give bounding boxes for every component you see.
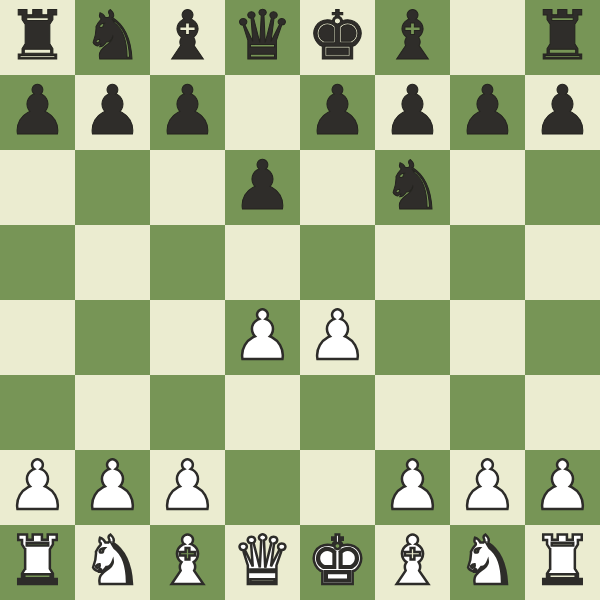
square-b6[interactable] [75,150,150,225]
white-pawn-piece[interactable]: ♟︎ [532,448,593,523]
square-b1[interactable]: ♞︎ [75,525,150,600]
black-pawn-piece[interactable]: ♟︎ [7,73,68,148]
square-e8[interactable]: ♚︎ [300,0,375,75]
square-f5[interactable] [375,225,450,300]
black-rook-piece[interactable]: ♜︎ [532,0,593,73]
white-pawn-piece[interactable]: ♟︎ [307,298,368,373]
black-queen-piece[interactable]: ♛︎ [232,0,293,73]
square-b4[interactable] [75,300,150,375]
square-e7[interactable]: ♟︎ [300,75,375,150]
white-pawn-piece[interactable]: ♟︎ [457,448,518,523]
square-d5[interactable] [225,225,300,300]
square-c6[interactable] [150,150,225,225]
square-a8[interactable]: ♜︎ [0,0,75,75]
square-f4[interactable] [375,300,450,375]
white-bishop-piece[interactable]: ♝︎ [382,523,443,598]
white-rook-piece[interactable]: ♜︎ [532,523,593,598]
black-bishop-piece[interactable]: ♝︎ [157,0,218,73]
black-pawn-piece[interactable]: ♟︎ [232,148,293,223]
square-c5[interactable] [150,225,225,300]
square-g1[interactable]: ♞︎ [450,525,525,600]
square-h6[interactable] [525,150,600,225]
white-knight-piece[interactable]: ♞︎ [457,523,518,598]
square-f2[interactable]: ♟︎ [375,450,450,525]
square-e4[interactable]: ♟︎ [300,300,375,375]
square-e3[interactable] [300,375,375,450]
white-queen-piece[interactable]: ♛︎ [232,523,293,598]
square-h7[interactable]: ♟︎ [525,75,600,150]
black-knight-piece[interactable]: ♞︎ [82,0,143,73]
square-c4[interactable] [150,300,225,375]
square-a6[interactable] [0,150,75,225]
white-pawn-piece[interactable]: ♟︎ [7,448,68,523]
black-pawn-piece[interactable]: ♟︎ [157,73,218,148]
square-h4[interactable] [525,300,600,375]
square-b3[interactable] [75,375,150,450]
chess-board: ♜︎♞︎♝︎♛︎♚︎♝︎♜︎♟︎♟︎♟︎♟︎♟︎♟︎♟︎♟︎♞︎♟︎♟︎♟︎♟︎… [0,0,600,600]
square-e5[interactable] [300,225,375,300]
square-h1[interactable]: ♜︎ [525,525,600,600]
square-a1[interactable]: ♜︎ [0,525,75,600]
square-a2[interactable]: ♟︎ [0,450,75,525]
white-king-piece[interactable]: ♚︎ [307,523,368,598]
square-b7[interactable]: ♟︎ [75,75,150,150]
square-g7[interactable]: ♟︎ [450,75,525,150]
white-pawn-piece[interactable]: ♟︎ [82,448,143,523]
white-pawn-piece[interactable]: ♟︎ [382,448,443,523]
white-knight-piece[interactable]: ♞︎ [82,523,143,598]
square-g6[interactable] [450,150,525,225]
square-d1[interactable]: ♛︎ [225,525,300,600]
square-c3[interactable] [150,375,225,450]
square-f3[interactable] [375,375,450,450]
square-h2[interactable]: ♟︎ [525,450,600,525]
square-a3[interactable] [0,375,75,450]
black-pawn-piece[interactable]: ♟︎ [82,73,143,148]
square-e1[interactable]: ♚︎ [300,525,375,600]
square-g3[interactable] [450,375,525,450]
square-h5[interactable] [525,225,600,300]
white-rook-piece[interactable]: ♜︎ [7,523,68,598]
square-h8[interactable]: ♜︎ [525,0,600,75]
square-c7[interactable]: ♟︎ [150,75,225,150]
black-king-piece[interactable]: ♚︎ [307,0,368,73]
square-d7[interactable] [225,75,300,150]
square-d3[interactable] [225,375,300,450]
square-c1[interactable]: ♝︎ [150,525,225,600]
square-f1[interactable]: ♝︎ [375,525,450,600]
square-d4[interactable]: ♟︎ [225,300,300,375]
square-c8[interactable]: ♝︎ [150,0,225,75]
square-d2[interactable] [225,450,300,525]
black-pawn-piece[interactable]: ♟︎ [532,73,593,148]
square-d8[interactable]: ♛︎ [225,0,300,75]
white-pawn-piece[interactable]: ♟︎ [232,298,293,373]
square-a5[interactable] [0,225,75,300]
square-d6[interactable]: ♟︎ [225,150,300,225]
square-b8[interactable]: ♞︎ [75,0,150,75]
square-g8[interactable] [450,0,525,75]
square-f8[interactable]: ♝︎ [375,0,450,75]
square-f7[interactable]: ♟︎ [375,75,450,150]
black-pawn-piece[interactable]: ♟︎ [307,73,368,148]
black-rook-piece[interactable]: ♜︎ [7,0,68,73]
square-g4[interactable] [450,300,525,375]
black-knight-piece[interactable]: ♞︎ [382,148,443,223]
square-c2[interactable]: ♟︎ [150,450,225,525]
square-a4[interactable] [0,300,75,375]
square-a7[interactable]: ♟︎ [0,75,75,150]
white-pawn-piece[interactable]: ♟︎ [157,448,218,523]
square-e2[interactable] [300,450,375,525]
square-b5[interactable] [75,225,150,300]
black-pawn-piece[interactable]: ♟︎ [382,73,443,148]
black-bishop-piece[interactable]: ♝︎ [382,0,443,73]
square-b2[interactable]: ♟︎ [75,450,150,525]
square-h3[interactable] [525,375,600,450]
square-g5[interactable] [450,225,525,300]
square-e6[interactable] [300,150,375,225]
square-g2[interactable]: ♟︎ [450,450,525,525]
square-f6[interactable]: ♞︎ [375,150,450,225]
black-pawn-piece[interactable]: ♟︎ [457,73,518,148]
white-bishop-piece[interactable]: ♝︎ [157,523,218,598]
